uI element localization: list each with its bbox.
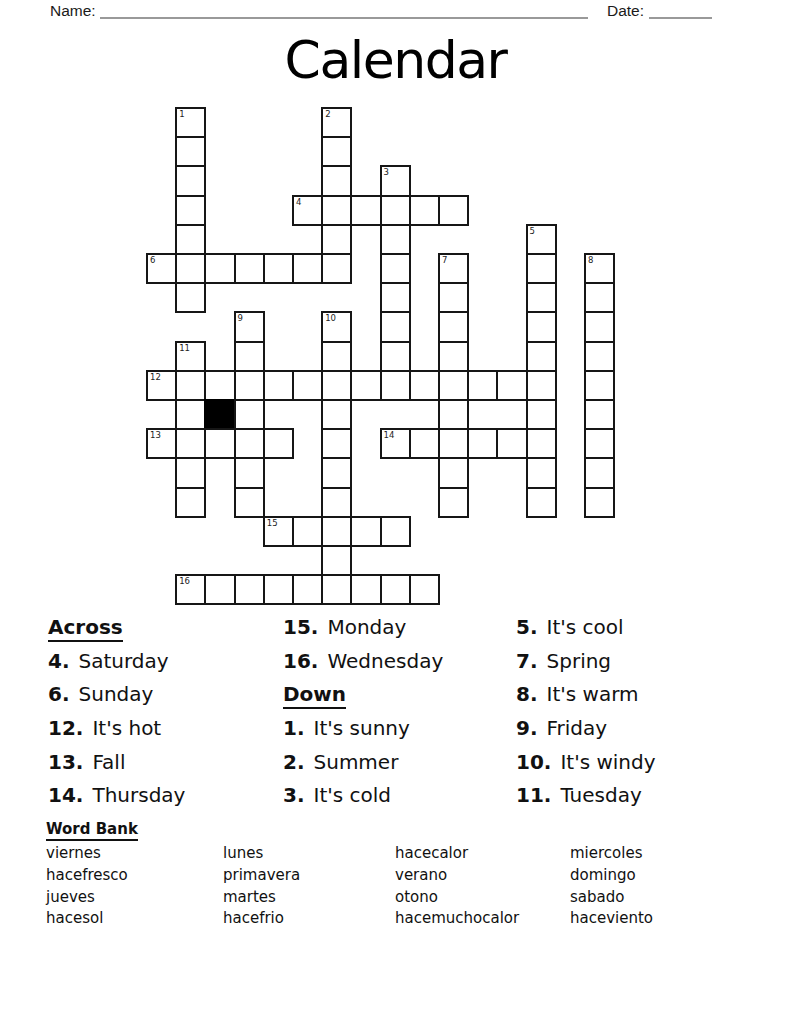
grid-cell[interactable]	[526, 370, 557, 401]
clue-4: 4.Saturday	[48, 649, 185, 683]
grid-cell[interactable]	[350, 516, 381, 547]
word-bank-word: hacesol	[46, 908, 128, 930]
grid-cell[interactable]	[584, 341, 615, 372]
word-bank-word: jueves	[46, 887, 128, 909]
grid-cell[interactable]	[321, 399, 352, 430]
grid-cell[interactable]	[350, 370, 381, 401]
grid-cell[interactable]	[175, 136, 206, 167]
word-bank-word: verano	[395, 865, 519, 887]
grid-cell[interactable]	[496, 428, 527, 459]
clue-number: 5	[530, 226, 535, 237]
word-bank-word: martes	[223, 887, 300, 909]
clue-10: 10.It's windy	[516, 750, 656, 784]
grid-cell[interactable]	[321, 253, 352, 284]
word-bank-word: otono	[395, 887, 519, 909]
grid-cell[interactable]	[292, 516, 323, 547]
grid-cell[interactable]	[175, 428, 206, 459]
name-label: Name:	[50, 2, 96, 20]
grid-cell[interactable]	[204, 428, 235, 459]
grid-cell[interactable]	[409, 428, 440, 459]
clue-7: 7.Spring	[516, 649, 656, 683]
grid-cell[interactable]	[438, 341, 469, 372]
clue-3: 3.It's cold	[283, 783, 443, 817]
clue-number: 3	[384, 167, 389, 178]
grid-cell[interactable]: 13	[146, 428, 177, 459]
grid-cell[interactable]	[234, 341, 265, 372]
grid-cell[interactable]	[321, 136, 352, 167]
clue-15: 15.Monday	[283, 615, 443, 649]
black-cell	[204, 399, 235, 430]
grid-cell[interactable]	[263, 253, 294, 284]
clue-number: 14	[384, 430, 395, 441]
grid-cell[interactable]	[526, 457, 557, 488]
clue-14: 14.Thursday	[48, 783, 185, 817]
grid-cell[interactable]	[234, 428, 265, 459]
clue-12: 12.It's hot	[48, 716, 185, 750]
grid-cell[interactable]	[409, 195, 440, 226]
clue-text: Spring	[547, 649, 612, 673]
word-bank-column-1: vierneshacefrescojueveshacesol	[46, 843, 128, 930]
grid-cell[interactable]	[321, 341, 352, 372]
grid-cell[interactable]	[175, 282, 206, 313]
clue-13: 13.Fall	[48, 750, 185, 784]
clue-text: Tuesday	[560, 783, 641, 807]
grid-cell[interactable]: 2	[321, 107, 352, 138]
clue-2: 2.Summer	[283, 750, 443, 784]
grid-cell[interactable]	[175, 165, 206, 196]
grid-cell[interactable]: 12	[146, 370, 177, 401]
grid-cell[interactable]	[438, 370, 469, 401]
word-bank-word: domingo	[570, 865, 653, 887]
grid-cell[interactable]	[234, 574, 265, 605]
grid-cell[interactable]	[380, 370, 411, 401]
clue-text: It's cool	[547, 615, 624, 639]
word-bank-word: viernes	[46, 843, 128, 865]
word-bank-word: hacemuchocalor	[395, 908, 519, 930]
grid-cell[interactable]: 4	[292, 195, 323, 226]
across-heading: Across	[48, 615, 123, 642]
clue-text: Monday	[327, 615, 406, 639]
grid-cell[interactable]: 9	[234, 311, 265, 342]
clue-number-label: 9.	[516, 716, 538, 740]
grid-cell[interactable]	[321, 457, 352, 488]
clue-column-3: 5.It's cool7.Spring8.It's warm9.Friday10…	[516, 615, 656, 817]
word-bank-word: lunes	[223, 843, 300, 865]
clue-number-label: 1.	[283, 716, 305, 740]
word-bank-word: hacefrio	[223, 908, 300, 930]
grid-cell[interactable]	[438, 487, 469, 518]
date-label: Date:	[607, 2, 644, 20]
word-bank-word: haceviento	[570, 908, 653, 930]
clue-text: Saturday	[79, 649, 169, 673]
word-bank-word: miercoles	[570, 843, 653, 865]
grid-cell[interactable]: 10	[321, 311, 352, 342]
grid-cell[interactable]	[175, 253, 206, 284]
grid-cell[interactable]	[584, 428, 615, 459]
grid-cell[interactable]: 6	[146, 253, 177, 284]
grid-cell[interactable]	[321, 195, 352, 226]
word-bank-word: primavera	[223, 865, 300, 887]
clue-number-label: 10.	[516, 750, 551, 774]
name-blank-line	[100, 0, 588, 19]
grid-cell[interactable]	[321, 545, 352, 576]
word-bank-column-4: miercolesdomingosabadohaceviento	[570, 843, 653, 930]
crossword-grid: 12345678910111213141516	[146, 107, 616, 606]
grid-cell[interactable]: 14	[380, 428, 411, 459]
grid-cell[interactable]	[263, 370, 294, 401]
grid-cell[interactable]	[584, 487, 615, 518]
clue-text: It's hot	[92, 716, 161, 740]
grid-cell[interactable]	[438, 457, 469, 488]
grid-cell[interactable]	[263, 428, 294, 459]
clue-8: 8.It's warm	[516, 682, 656, 716]
grid-cell[interactable]: 3	[380, 165, 411, 196]
grid-cell[interactable]: 8	[584, 253, 615, 284]
grid-cell[interactable]	[438, 282, 469, 313]
grid-cell[interactable]: 11	[175, 341, 206, 372]
grid-cell[interactable]	[234, 253, 265, 284]
word-bank-word: hacecalor	[395, 843, 519, 865]
grid-cell[interactable]	[321, 370, 352, 401]
grid-cell[interactable]: 15	[263, 516, 294, 547]
clue-number-label: 7.	[516, 649, 538, 673]
clue-6: 6.Sunday	[48, 682, 185, 716]
grid-cell[interactable]	[380, 574, 411, 605]
grid-cell[interactable]	[175, 370, 206, 401]
clue-text: It's cold	[314, 783, 392, 807]
grid-cell[interactable]: 5	[526, 224, 557, 255]
grid-cell[interactable]	[380, 311, 411, 342]
clue-text: Friday	[547, 716, 608, 740]
clue-number: 8	[588, 255, 593, 266]
clue-number: 15	[267, 518, 278, 529]
grid-cell[interactable]	[584, 311, 615, 342]
grid-cell[interactable]	[467, 370, 498, 401]
clue-number-label: 11.	[516, 783, 551, 807]
clue-number: 11	[179, 343, 190, 354]
grid-cell[interactable]	[321, 574, 352, 605]
grid-cell[interactable]	[380, 224, 411, 255]
grid-cell[interactable]	[526, 341, 557, 372]
word-bank-column-2: lunesprimaveramarteshacefrio	[223, 843, 300, 930]
clue-number: 9	[238, 313, 243, 324]
grid-cell[interactable]	[380, 341, 411, 372]
grid-cell[interactable]	[175, 457, 206, 488]
grid-cell[interactable]	[234, 370, 265, 401]
clue-number-label: 14.	[48, 783, 83, 807]
clue-text: Fall	[92, 750, 125, 774]
grid-cell[interactable]	[438, 399, 469, 430]
clue-text: Sunday	[79, 682, 154, 706]
clue-column-2: 15.Monday16.WednesdayDown1.It's sunny2.S…	[283, 615, 443, 817]
clue-text: Thursday	[92, 783, 185, 807]
grid-cell[interactable]	[175, 224, 206, 255]
grid-cell[interactable]	[467, 428, 498, 459]
grid-cell[interactable]	[380, 282, 411, 313]
grid-cell[interactable]	[584, 457, 615, 488]
grid-cell[interactable]	[526, 282, 557, 313]
grid-cell[interactable]	[584, 370, 615, 401]
clue-number: 4	[296, 197, 301, 208]
clue-number-label: 3.	[283, 783, 305, 807]
grid-cell[interactable]	[526, 399, 557, 430]
grid-cell[interactable]	[584, 282, 615, 313]
clue-text: Wednesday	[327, 649, 443, 673]
clue-section-heading-line: Down	[283, 682, 443, 716]
grid-cell[interactable]	[409, 574, 440, 605]
clue-number: 2	[325, 109, 330, 120]
clue-number: 12	[150, 372, 161, 383]
puzzle-title: Calendar	[0, 30, 791, 90]
grid-cell[interactable]	[350, 574, 381, 605]
grid-cell[interactable]: 1	[175, 107, 206, 138]
clue-number: 1	[179, 109, 184, 120]
clue-column-1: Across4.Saturday6.Sunday12.It's hot13.Fa…	[48, 615, 185, 817]
clue-number-label: 2.	[283, 750, 305, 774]
clue-1: 1.It's sunny	[283, 716, 443, 750]
grid-cell[interactable]	[234, 399, 265, 430]
word-bank-column-3: hacecalorveranootonohacemuchocalor	[395, 843, 519, 930]
grid-cell[interactable]	[175, 399, 206, 430]
grid-cell[interactable]	[526, 253, 557, 284]
clue-number: 6	[150, 255, 155, 266]
grid-cell[interactable]	[409, 370, 440, 401]
grid-cell[interactable]	[526, 428, 557, 459]
grid-cell[interactable]	[380, 516, 411, 547]
clue-number-label: 8.	[516, 682, 538, 706]
grid-cell[interactable]	[380, 195, 411, 226]
grid-cell[interactable]	[263, 574, 294, 605]
clue-text: Summer	[314, 750, 399, 774]
grid-cell[interactable]	[175, 487, 206, 518]
grid-cell[interactable]	[321, 224, 352, 255]
down-heading: Down	[283, 682, 346, 709]
grid-cell[interactable]	[292, 370, 323, 401]
date-blank-line	[649, 0, 712, 19]
grid-cell[interactable]	[438, 428, 469, 459]
clue-9: 9.Friday	[516, 716, 656, 750]
grid-cell[interactable]	[584, 399, 615, 430]
clue-number: 7	[442, 255, 447, 266]
word-bank-heading: Word Bank	[46, 820, 138, 841]
clue-number-label: 6.	[48, 682, 70, 706]
clue-section-heading-line: Across	[48, 615, 185, 649]
clue-text: It's warm	[547, 682, 639, 706]
grid-cell[interactable]	[234, 457, 265, 488]
clue-number: 13	[150, 430, 161, 441]
grid-cell[interactable]	[204, 574, 235, 605]
grid-cell[interactable]	[321, 428, 352, 459]
grid-cell[interactable]	[321, 487, 352, 518]
grid-cell[interactable]	[292, 253, 323, 284]
grid-cell[interactable]	[204, 253, 235, 284]
clue-number: 16	[179, 576, 190, 587]
clue-5: 5.It's cool	[516, 615, 656, 649]
grid-cell[interactable]	[526, 487, 557, 518]
grid-cell[interactable]	[321, 165, 352, 196]
grid-cell[interactable]: 16	[175, 574, 206, 605]
grid-cell[interactable]	[526, 311, 557, 342]
clue-number-label: 5.	[516, 615, 538, 639]
clue-number-label: 16.	[283, 649, 318, 673]
grid-cell[interactable]	[204, 370, 235, 401]
word-bank-word: hacefresco	[46, 865, 128, 887]
clue-number-label: 12.	[48, 716, 83, 740]
grid-cell[interactable]	[350, 195, 381, 226]
grid-cell[interactable]: 7	[438, 253, 469, 284]
clue-number: 10	[325, 313, 336, 324]
grid-cell[interactable]	[292, 574, 323, 605]
grid-cell[interactable]	[438, 311, 469, 342]
clue-text: It's windy	[560, 750, 655, 774]
grid-cell[interactable]	[380, 253, 411, 284]
clue-number-label: 13.	[48, 750, 83, 774]
clue-text: It's sunny	[314, 716, 410, 740]
grid-cell[interactable]	[175, 195, 206, 226]
clue-number-label: 15.	[283, 615, 318, 639]
clue-16: 16.Wednesday	[283, 649, 443, 683]
grid-cell[interactable]	[496, 370, 527, 401]
clue-11: 11.Tuesday	[516, 783, 656, 817]
grid-cell[interactable]	[438, 195, 469, 226]
clue-number-label: 4.	[48, 649, 70, 673]
grid-cell[interactable]	[234, 487, 265, 518]
grid-cell[interactable]	[321, 516, 352, 547]
word-bank-word: sabado	[570, 887, 653, 909]
